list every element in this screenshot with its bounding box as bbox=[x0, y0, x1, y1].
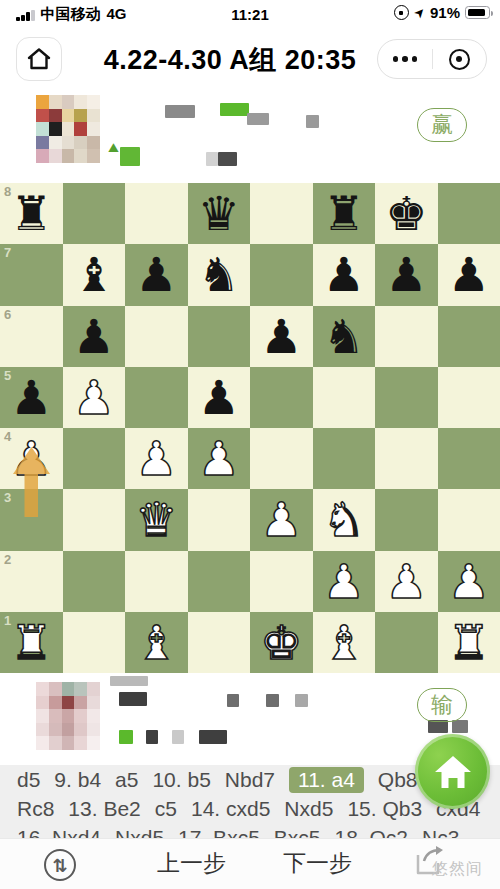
avatar-pixel bbox=[49, 95, 62, 109]
avatar-pixel bbox=[74, 682, 87, 696]
avatar-pixel bbox=[74, 723, 87, 737]
square-g6[interactable] bbox=[375, 306, 438, 367]
battery-percent-label: 91% bbox=[430, 5, 460, 20]
black-rook[interactable]: ♜ bbox=[313, 183, 376, 244]
square-c2[interactable] bbox=[125, 551, 188, 612]
square-g3[interactable] bbox=[375, 489, 438, 550]
avatar-pixel bbox=[49, 682, 62, 696]
redacted-block bbox=[165, 105, 195, 118]
square-d1[interactable] bbox=[188, 612, 251, 673]
redacted-block bbox=[218, 152, 237, 166]
redacted-block bbox=[199, 730, 227, 744]
square-e6[interactable]: ♟ bbox=[250, 306, 313, 367]
move-token[interactable]: 9. b4 bbox=[54, 768, 101, 792]
square-b5[interactable]: ♟ bbox=[63, 367, 126, 428]
redacted-block bbox=[295, 694, 308, 707]
avatar-pixel bbox=[36, 136, 49, 150]
avatar-pixel bbox=[49, 696, 62, 710]
app-header: 4.22-4.30 A组 20:35 bbox=[0, 30, 500, 90]
avatar-pixel bbox=[62, 122, 75, 136]
redacted-block bbox=[172, 730, 184, 744]
square-c3[interactable]: ♛ bbox=[125, 489, 188, 550]
move-token[interactable]: Qb8 bbox=[378, 768, 418, 792]
avatar-pixel bbox=[87, 95, 100, 109]
square-b7[interactable]: ♝ bbox=[63, 244, 126, 305]
current-move-token[interactable]: 11. a4 bbox=[289, 767, 364, 793]
avatar-pixel bbox=[36, 149, 49, 163]
square-b2[interactable] bbox=[63, 551, 126, 612]
square-h2[interactable]: ♟ bbox=[438, 551, 500, 612]
avatar-pixel bbox=[74, 95, 87, 109]
square-e5[interactable] bbox=[250, 367, 313, 428]
square-f1[interactable]: ♝ bbox=[313, 612, 376, 673]
square-h6[interactable] bbox=[438, 306, 500, 367]
square-b6[interactable]: ♟ bbox=[63, 306, 126, 367]
avatar-pixel bbox=[36, 95, 49, 109]
square-b8[interactable] bbox=[63, 183, 126, 244]
redacted-block bbox=[119, 692, 147, 706]
move-token[interactable]: 17. Bxc5 bbox=[178, 826, 260, 839]
avatar-pixel bbox=[36, 109, 49, 123]
black-queen[interactable]: ♛ bbox=[188, 183, 251, 244]
move-token[interactable]: 18. Qc2 bbox=[335, 826, 409, 839]
avatar[interactable] bbox=[36, 682, 100, 750]
avatar-pixel bbox=[49, 736, 62, 750]
home-button[interactable] bbox=[16, 37, 62, 81]
redacted-block bbox=[452, 720, 468, 733]
avatar-pixel bbox=[74, 122, 87, 136]
result-badge-loss: 输 bbox=[417, 688, 467, 722]
orientation-lock-icon bbox=[394, 5, 409, 20]
square-b4[interactable] bbox=[63, 428, 126, 489]
square-h8[interactable] bbox=[438, 183, 500, 244]
square-d3[interactable] bbox=[188, 489, 251, 550]
status-bar: 中国移动 4G 11:21 ➤ 91% bbox=[0, 0, 500, 30]
move-row-3: 16. Nxd4Nxd517. Bxc5Bxc518. Qc2Nc3 bbox=[0, 823, 500, 838]
square-h1[interactable]: ♜ bbox=[438, 612, 500, 673]
move-token[interactable]: 16. Nxd4 bbox=[17, 826, 101, 839]
avatar-pixel bbox=[62, 149, 75, 163]
flip-board-button[interactable]: ⇅ bbox=[44, 849, 76, 881]
square-d2[interactable] bbox=[188, 551, 251, 612]
move-token[interactable]: Rc8 bbox=[17, 797, 54, 821]
redacted-block bbox=[110, 676, 148, 686]
redacted-block bbox=[306, 115, 319, 128]
battery-icon bbox=[465, 6, 490, 19]
square-d7[interactable]: ♞ bbox=[188, 244, 251, 305]
avatar-pixel bbox=[36, 723, 49, 737]
square-c8[interactable] bbox=[125, 183, 188, 244]
avatar-pixel bbox=[87, 109, 100, 123]
square-c6[interactable] bbox=[125, 306, 188, 367]
move-token[interactable]: Nxd5 bbox=[115, 826, 164, 839]
white-pawn[interactable]: ♟ bbox=[375, 551, 438, 612]
target-circle-icon bbox=[449, 49, 470, 70]
white-pawn[interactable]: ♟ bbox=[188, 428, 251, 489]
rank-label-3: 3 bbox=[4, 490, 11, 505]
result-badge-win: 赢 bbox=[417, 108, 467, 142]
white-knight[interactable]: ♞ bbox=[313, 489, 376, 550]
white-rook[interactable]: ♜ bbox=[0, 612, 63, 673]
black-knight[interactable]: ♞ bbox=[188, 244, 251, 305]
square-e1[interactable]: ♚ bbox=[250, 612, 313, 673]
white-king[interactable]: ♚ bbox=[250, 612, 313, 673]
move-token[interactable]: 10. b5 bbox=[152, 768, 210, 792]
home-fab-icon bbox=[433, 754, 473, 790]
avatar-pixel bbox=[87, 149, 100, 163]
avatar-pixel bbox=[87, 122, 100, 136]
white-rook[interactable]: ♜ bbox=[438, 612, 500, 673]
avatar-pixel bbox=[87, 736, 100, 750]
square-g5[interactable] bbox=[375, 367, 438, 428]
avatar-pixel bbox=[62, 709, 75, 723]
square-a3[interactable]: 3 bbox=[0, 489, 63, 550]
avatar-pixel bbox=[62, 682, 75, 696]
chess-board[interactable]: 8♜♛♜♚7♝♟♞♟♟♟6♟♟♞5♟♟♟4♟♟♟3♛♟♞2♟♟♟1♜♝♚♝♜ bbox=[0, 183, 500, 673]
white-pawn[interactable]: ♟ bbox=[250, 489, 313, 550]
move-token[interactable]: d5 bbox=[17, 768, 40, 792]
badge-icon: ⛰ bbox=[108, 141, 119, 154]
move-token[interactable]: a5 bbox=[115, 768, 138, 792]
square-h7[interactable]: ♟ bbox=[438, 244, 500, 305]
square-f2[interactable]: ♟ bbox=[313, 551, 376, 612]
black-pawn[interactable]: ♟ bbox=[313, 244, 376, 305]
square-b1[interactable] bbox=[63, 612, 126, 673]
square-g7[interactable]: ♟ bbox=[375, 244, 438, 305]
white-bishop[interactable]: ♝ bbox=[313, 612, 376, 673]
square-a6[interactable]: 6 bbox=[0, 306, 63, 367]
avatar-pixel bbox=[49, 136, 62, 150]
avatar-pixel bbox=[36, 682, 49, 696]
square-d5[interactable]: ♟ bbox=[188, 367, 251, 428]
square-f7[interactable]: ♟ bbox=[313, 244, 376, 305]
avatar-pixel bbox=[62, 696, 75, 710]
move-token[interactable]: 15. Qb3 bbox=[347, 797, 422, 821]
avatar-pixel bbox=[87, 136, 100, 150]
square-a2[interactable]: 2 bbox=[0, 551, 63, 612]
square-d8[interactable]: ♛ bbox=[188, 183, 251, 244]
square-g4[interactable] bbox=[375, 428, 438, 489]
avatar-pixel bbox=[87, 682, 100, 696]
avatar-pixel bbox=[62, 136, 75, 150]
square-a8[interactable]: 8♜ bbox=[0, 183, 63, 244]
home-icon bbox=[26, 47, 52, 71]
black-knight[interactable]: ♞ bbox=[313, 306, 376, 367]
white-pawn[interactable]: ♟ bbox=[313, 551, 376, 612]
avatar-pixel bbox=[62, 736, 75, 750]
rank-label-7: 7 bbox=[4, 245, 11, 260]
redacted-block bbox=[119, 730, 133, 744]
flip-icon: ⇅ bbox=[52, 855, 67, 876]
square-c1[interactable]: ♝ bbox=[125, 612, 188, 673]
avatar[interactable] bbox=[36, 95, 100, 163]
black-pawn[interactable]: ♟ bbox=[0, 367, 63, 428]
avatar-pixel bbox=[49, 709, 62, 723]
move-row-2: Rc813. Be2c514. cxd5Nxd515. Qb3cxd4 bbox=[0, 794, 500, 823]
square-c4[interactable]: ♟ bbox=[125, 428, 188, 489]
black-pawn[interactable]: ♟ bbox=[63, 306, 126, 367]
square-d4[interactable]: ♟ bbox=[188, 428, 251, 489]
square-a5[interactable]: 5♟ bbox=[0, 367, 63, 428]
avatar-pixel bbox=[87, 723, 100, 737]
square-a1[interactable]: 1♜ bbox=[0, 612, 63, 673]
move-token[interactable]: Nbd7 bbox=[225, 768, 275, 792]
rank-label-6: 6 bbox=[4, 307, 11, 322]
square-a4[interactable]: 4♟ bbox=[0, 428, 63, 489]
avatar-pixel bbox=[36, 709, 49, 723]
avatar-pixel bbox=[87, 709, 100, 723]
close-miniprogram-button[interactable] bbox=[433, 40, 487, 78]
avatar-pixel bbox=[62, 109, 75, 123]
square-f5[interactable] bbox=[313, 367, 376, 428]
miniprogram-capsule bbox=[377, 39, 487, 79]
square-e8[interactable] bbox=[250, 183, 313, 244]
more-dots-icon bbox=[393, 56, 418, 62]
square-e2[interactable] bbox=[250, 551, 313, 612]
square-h5[interactable] bbox=[438, 367, 500, 428]
move-token[interactable]: 13. Be2 bbox=[68, 797, 140, 821]
move-token[interactable]: Bxc5 bbox=[274, 826, 321, 839]
square-f4[interactable] bbox=[313, 428, 376, 489]
home-fab-button[interactable] bbox=[415, 734, 490, 809]
opponent-player-panel: ⛰ 赢 bbox=[0, 95, 500, 180]
bottom-toolbar: ⇅ 上一步 下一步 悠然间 bbox=[0, 838, 500, 889]
black-pawn[interactable]: ♟ bbox=[188, 367, 251, 428]
avatar-pixel bbox=[62, 723, 75, 737]
rank-label-2: 2 bbox=[4, 552, 11, 567]
redacted-block bbox=[146, 730, 158, 744]
location-arrow-icon: ➤ bbox=[411, 4, 428, 21]
page-title: 4.22-4.30 A组 20:35 bbox=[80, 30, 380, 90]
square-a7[interactable]: 7 bbox=[0, 244, 63, 305]
avatar-pixel bbox=[74, 736, 87, 750]
black-bishop[interactable]: ♝ bbox=[63, 244, 126, 305]
white-pawn[interactable]: ♟ bbox=[125, 428, 188, 489]
avatar-pixel bbox=[74, 709, 87, 723]
square-f8[interactable]: ♜ bbox=[313, 183, 376, 244]
black-pawn[interactable]: ♟ bbox=[125, 244, 188, 305]
avatar-pixel bbox=[74, 696, 87, 710]
avatar-pixel bbox=[36, 122, 49, 136]
avatar-pixel bbox=[49, 723, 62, 737]
avatar-pixel bbox=[74, 109, 87, 123]
black-rook[interactable]: ♜ bbox=[0, 183, 63, 244]
avatar-pixel bbox=[49, 149, 62, 163]
square-f6[interactable]: ♞ bbox=[313, 306, 376, 367]
redacted-block bbox=[220, 103, 249, 116]
watermark-label: 悠然间 bbox=[432, 859, 483, 880]
avatar-pixel bbox=[49, 109, 62, 123]
redacted-block bbox=[227, 694, 239, 707]
avatar-pixel bbox=[62, 95, 75, 109]
square-e7[interactable] bbox=[250, 244, 313, 305]
avatar-pixel bbox=[74, 136, 87, 150]
more-menu-button[interactable] bbox=[378, 40, 432, 78]
redacted-block bbox=[120, 147, 140, 166]
square-g8[interactable]: ♚ bbox=[375, 183, 438, 244]
square-e4[interactable] bbox=[250, 428, 313, 489]
white-pawn[interactable]: ♟ bbox=[438, 551, 500, 612]
white-queen[interactable]: ♛ bbox=[125, 489, 188, 550]
avatar-pixel bbox=[36, 696, 49, 710]
avatar-pixel bbox=[36, 736, 49, 750]
redacted-block bbox=[266, 694, 279, 707]
square-e3[interactable]: ♟ bbox=[250, 489, 313, 550]
avatar-pixel bbox=[87, 696, 100, 710]
avatar-pixel bbox=[74, 149, 87, 163]
redacted-block bbox=[206, 152, 218, 166]
previous-move-button[interactable]: 上一步 bbox=[157, 848, 226, 879]
next-move-button[interactable]: 下一步 bbox=[283, 848, 352, 879]
white-pawn[interactable]: ♟ bbox=[63, 367, 126, 428]
black-pawn[interactable]: ♟ bbox=[250, 306, 313, 367]
black-king[interactable]: ♚ bbox=[375, 183, 438, 244]
redacted-block bbox=[247, 113, 269, 125]
avatar-pixel bbox=[49, 122, 62, 136]
white-bishop[interactable]: ♝ bbox=[125, 612, 188, 673]
square-d6[interactable] bbox=[188, 306, 251, 367]
square-g1[interactable] bbox=[375, 612, 438, 673]
black-pawn[interactable]: ♟ bbox=[438, 244, 500, 305]
move-token[interactable]: Nc3 bbox=[422, 826, 459, 839]
move-token[interactable]: Nxd5 bbox=[284, 797, 333, 821]
square-c5[interactable] bbox=[125, 367, 188, 428]
square-g2[interactable]: ♟ bbox=[375, 551, 438, 612]
square-b3[interactable] bbox=[63, 489, 126, 550]
move-token[interactable]: c5 bbox=[155, 797, 177, 821]
black-pawn[interactable]: ♟ bbox=[375, 244, 438, 305]
square-c7[interactable]: ♟ bbox=[125, 244, 188, 305]
move-token[interactable]: 14. cxd5 bbox=[191, 797, 270, 821]
square-h3[interactable] bbox=[438, 489, 500, 550]
white-pawn[interactable]: ♟ bbox=[0, 428, 63, 489]
square-f3[interactable]: ♞ bbox=[313, 489, 376, 550]
square-h4[interactable] bbox=[438, 428, 500, 489]
